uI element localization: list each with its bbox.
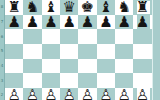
white-pawn-icon: ♟♙ (60, 88, 78, 100)
square-d4[interactable] (60, 59, 78, 74)
black-pawn-icon: ♟ (42, 15, 60, 30)
square-g7[interactable]: ♟ (115, 15, 133, 30)
square-f5[interactable] (97, 44, 115, 59)
white-pawn-icon: ♟♙ (97, 88, 115, 100)
rank-label-2: 2 (0, 93, 4, 97)
white-pawn-icon: ♟♙ (42, 88, 60, 100)
white-pawn-icon: ♟♙ (23, 88, 41, 100)
black-pawn-glyph: ♟ (42, 15, 60, 30)
square-d2[interactable]: ♟♙ (60, 88, 78, 100)
square-c2[interactable]: ♟♙ (42, 88, 60, 100)
white-pawn-outline-glyph: ♙ (115, 88, 133, 100)
square-g6[interactable] (115, 29, 133, 44)
white-pawn-outline-glyph: ♙ (78, 88, 96, 100)
square-e6[interactable] (78, 29, 96, 44)
white-pawn-outline-glyph: ♙ (23, 88, 41, 100)
square-h7[interactable]: ♟ (133, 15, 151, 30)
black-pawn-glyph: ♟ (97, 15, 115, 30)
black-pawn-glyph: ♟ (78, 15, 96, 30)
black-pawn-icon: ♟ (97, 15, 115, 30)
square-b7[interactable]: ♟ (23, 15, 41, 30)
square-e5[interactable] (78, 44, 96, 59)
board-frame-right (152, 0, 160, 100)
square-e7[interactable]: ♟ (78, 15, 96, 30)
black-pawn-glyph: ♟ (23, 15, 41, 30)
square-c5[interactable] (42, 44, 60, 59)
white-pawn-icon: ♟♙ (115, 88, 133, 100)
chess-game-screen: 8765432 ♜♞♝♛♚♝♞♜♟♟♟♟♟♟♟♟♟♙♟♙♟♙♟♙♟♙♟♙♟♙♟♙ (0, 0, 160, 100)
white-pawn-icon: ♟♙ (133, 88, 151, 100)
square-e2[interactable]: ♟♙ (78, 88, 96, 100)
white-pawn-outline-glyph: ♙ (5, 88, 23, 100)
square-a2[interactable]: ♟♙ (5, 88, 23, 100)
black-pawn-icon: ♟ (115, 15, 133, 30)
square-a5[interactable] (5, 44, 23, 59)
white-pawn-icon: ♟♙ (78, 88, 96, 100)
black-pawn-glyph: ♟ (60, 15, 78, 30)
chess-board: ♜♞♝♛♚♝♞♜♟♟♟♟♟♟♟♟♟♙♟♙♟♙♟♙♟♙♟♙♟♙♟♙ (5, 0, 152, 100)
square-e4[interactable] (78, 59, 96, 74)
rank-label-8: 8 (0, 5, 4, 9)
square-a4[interactable] (5, 59, 23, 74)
white-pawn-outline-glyph: ♙ (133, 88, 151, 100)
square-g4[interactable] (115, 59, 133, 74)
square-d7[interactable]: ♟ (60, 15, 78, 30)
square-b2[interactable]: ♟♙ (23, 88, 41, 100)
square-a6[interactable] (5, 29, 23, 44)
white-pawn-icon: ♟♙ (5, 88, 23, 100)
square-c4[interactable] (42, 59, 60, 74)
square-f4[interactable] (97, 59, 115, 74)
square-d6[interactable] (60, 29, 78, 44)
black-pawn-glyph: ♟ (5, 15, 23, 30)
square-c6[interactable] (42, 29, 60, 44)
square-b6[interactable] (23, 29, 41, 44)
black-pawn-icon: ♟ (23, 15, 41, 30)
square-g2[interactable]: ♟♙ (115, 88, 133, 100)
square-f6[interactable] (97, 29, 115, 44)
square-h5[interactable] (133, 44, 151, 59)
rank-label-4: 4 (0, 64, 4, 68)
black-pawn-glyph: ♟ (133, 15, 151, 30)
square-h4[interactable] (133, 59, 151, 74)
square-g5[interactable] (115, 44, 133, 59)
square-h2[interactable]: ♟♙ (133, 88, 151, 100)
white-pawn-outline-glyph: ♙ (60, 88, 78, 100)
square-c7[interactable]: ♟ (42, 15, 60, 30)
white-pawn-outline-glyph: ♙ (42, 88, 60, 100)
white-pawn-outline-glyph: ♙ (97, 88, 115, 100)
rank-label-6: 6 (0, 35, 4, 39)
square-a7[interactable]: ♟ (5, 15, 23, 30)
rank-label-7: 7 (0, 20, 4, 24)
square-d5[interactable] (60, 44, 78, 59)
black-pawn-glyph: ♟ (115, 15, 133, 30)
black-pawn-icon: ♟ (78, 15, 96, 30)
rank-label-5: 5 (0, 49, 4, 53)
square-b4[interactable] (23, 59, 41, 74)
black-pawn-icon: ♟ (60, 15, 78, 30)
square-b5[interactable] (23, 44, 41, 59)
black-pawn-icon: ♟ (133, 15, 151, 30)
square-h6[interactable] (133, 29, 151, 44)
rank-label-3: 3 (0, 79, 4, 83)
square-f2[interactable]: ♟♙ (97, 88, 115, 100)
black-pawn-icon: ♟ (5, 15, 23, 30)
square-f7[interactable]: ♟ (97, 15, 115, 30)
